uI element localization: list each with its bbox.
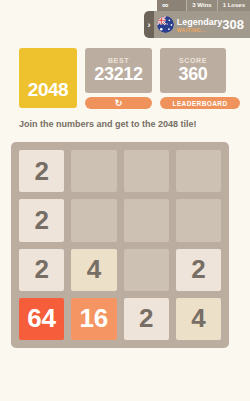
expand-panel-handle[interactable]: ›: [144, 11, 154, 38]
best-score-box: BEST 23212: [85, 48, 152, 93]
multiplayer-widget: ∞ 3 Wins 1 Loses ›: [144, 0, 250, 38]
tile-16: 16: [71, 298, 116, 340]
player-info[interactable]: Legendary WAITING... 308: [154, 11, 250, 38]
record-bar: ∞ 3 Wins 1 Loses: [157, 0, 250, 11]
infinity-mode-icon: ∞: [162, 1, 168, 10]
tile-2: 2: [19, 199, 64, 241]
player-name: Legendary: [177, 17, 223, 27]
player-text: Legendary WAITING...: [177, 17, 223, 33]
tile-2: 2: [19, 150, 64, 192]
empty-cell: [71, 199, 116, 241]
best-value: 23212: [94, 65, 143, 84]
tile-2: 2: [176, 249, 221, 291]
empty-cell: [124, 150, 169, 192]
tile-2: 2: [19, 249, 64, 291]
tile-4: 4: [176, 298, 221, 340]
empty-cell: [124, 199, 169, 241]
tile-4: 4: [71, 249, 116, 291]
match-score: 308: [222, 17, 244, 32]
tile-64: 64: [19, 298, 64, 340]
empty-cell: [176, 150, 221, 192]
empty-cell: [124, 249, 169, 291]
player-bar: ›: [144, 11, 250, 38]
leaderboard-button[interactable]: LEADERBOARD: [160, 97, 240, 109]
score-column: SCORE 360 LEADERBOARD: [160, 48, 240, 109]
chevron-right-icon: ›: [147, 20, 150, 30]
restart-button[interactable]: ↻: [85, 97, 152, 109]
wins-counter: 3 Wins: [186, 0, 216, 11]
restart-icon: ↻: [115, 99, 123, 108]
player-status: WAITING...: [177, 27, 223, 33]
tile-2: 2: [124, 298, 169, 340]
avatar: [157, 16, 174, 33]
game-logo-tile: 2048: [19, 48, 77, 108]
empty-cell: [71, 150, 116, 192]
score-value: 360: [178, 65, 207, 84]
tagline: Join the numbers and get to the 2048 til…: [19, 119, 240, 129]
header: 2048 BEST 23212 ↻ SCORE 360 LEADERBOARD: [19, 48, 240, 109]
empty-cell: [176, 199, 221, 241]
loses-counter: 1 Loses: [217, 0, 250, 11]
current-score-box: SCORE 360: [160, 48, 226, 93]
board[interactable]: 22242641624: [11, 142, 229, 348]
best-column: BEST 23212 ↻: [85, 48, 152, 109]
